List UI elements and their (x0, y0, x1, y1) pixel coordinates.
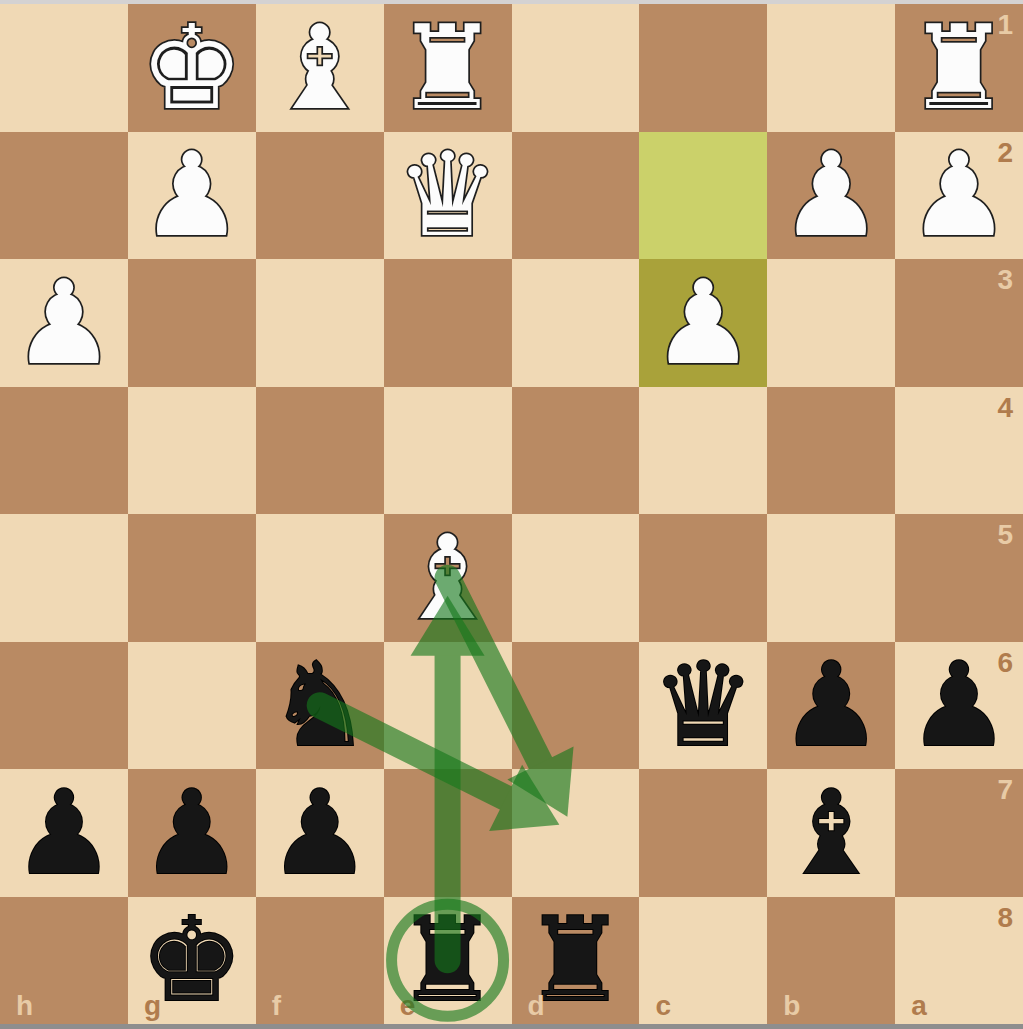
white-pawn[interactable]: ♟ (651, 265, 755, 381)
square-a1[interactable]: ♜1 (895, 4, 1023, 132)
square-h1[interactable] (0, 4, 128, 132)
square-b3[interactable] (767, 259, 895, 387)
square-f5[interactable] (256, 514, 384, 642)
square-b7[interactable]: ♝ (767, 769, 895, 897)
square-h3[interactable]: ♟ (0, 259, 128, 387)
square-b4[interactable] (767, 387, 895, 515)
rank-label-6: 6 (997, 649, 1013, 677)
square-c1[interactable] (639, 4, 767, 132)
file-label-g: g (144, 992, 161, 1020)
square-f6[interactable]: ♞ (256, 642, 384, 770)
square-d4[interactable] (512, 387, 640, 515)
file-label-d: d (528, 992, 545, 1020)
board-area: ♚♝♜♜1♟♛♟♟2♟♟34♝5♞♛♟♟6♟♟♟♝7h♚gf♜e♜dcb8a (0, 4, 1023, 1024)
square-b2[interactable]: ♟ (767, 132, 895, 260)
square-c2[interactable] (639, 132, 767, 260)
square-d7[interactable] (512, 769, 640, 897)
square-h8[interactable]: h (0, 897, 128, 1025)
white-pawn[interactable]: ♟ (779, 137, 883, 253)
square-e3[interactable] (384, 259, 512, 387)
square-f8[interactable]: f (256, 897, 384, 1025)
square-c8[interactable]: c (639, 897, 767, 1025)
square-h6[interactable] (0, 642, 128, 770)
file-label-f: f (272, 992, 281, 1020)
square-g8[interactable]: ♚g (128, 897, 256, 1025)
square-h4[interactable] (0, 387, 128, 515)
square-f7[interactable]: ♟ (256, 769, 384, 897)
white-king[interactable]: ♚ (140, 10, 244, 126)
rank-label-1: 1 (997, 11, 1013, 39)
black-pawn[interactable]: ♟ (268, 775, 372, 891)
square-g5[interactable] (128, 514, 256, 642)
black-pawn[interactable]: ♟ (12, 775, 116, 891)
chess-board: ♚♝♜♜1♟♛♟♟2♟♟34♝5♞♛♟♟6♟♟♟♝7h♚gf♜e♜dcb8a (0, 4, 1023, 1024)
white-pawn[interactable]: ♟ (140, 137, 244, 253)
square-g4[interactable] (128, 387, 256, 515)
square-g2[interactable]: ♟ (128, 132, 256, 260)
square-a7[interactable]: 7 (895, 769, 1023, 897)
white-bishop[interactable]: ♝ (268, 10, 372, 126)
square-e5[interactable]: ♝ (384, 514, 512, 642)
white-rook[interactable]: ♜ (396, 10, 500, 126)
square-e2[interactable]: ♛ (384, 132, 512, 260)
rank-label-8: 8 (997, 904, 1013, 932)
square-c3[interactable]: ♟ (639, 259, 767, 387)
file-label-e: e (400, 992, 416, 1020)
black-queen[interactable]: ♛ (651, 647, 755, 763)
square-d6[interactable] (512, 642, 640, 770)
black-bishop[interactable]: ♝ (779, 775, 883, 891)
white-bishop[interactable]: ♝ (396, 520, 500, 636)
square-e8[interactable]: ♜e (384, 897, 512, 1025)
square-f2[interactable] (256, 132, 384, 260)
square-d1[interactable] (512, 4, 640, 132)
square-h2[interactable] (0, 132, 128, 260)
square-g7[interactable]: ♟ (128, 769, 256, 897)
file-label-b: b (783, 992, 800, 1020)
square-c4[interactable] (639, 387, 767, 515)
square-a3[interactable]: 3 (895, 259, 1023, 387)
square-a5[interactable]: 5 (895, 514, 1023, 642)
rank-label-4: 4 (997, 394, 1013, 422)
square-a6[interactable]: ♟6 (895, 642, 1023, 770)
white-pawn[interactable]: ♟ (907, 137, 1011, 253)
black-pawn[interactable]: ♟ (907, 647, 1011, 763)
rank-label-7: 7 (997, 776, 1013, 804)
file-label-c: c (655, 992, 671, 1020)
square-c5[interactable] (639, 514, 767, 642)
square-b1[interactable] (767, 4, 895, 132)
square-e4[interactable] (384, 387, 512, 515)
square-g1[interactable]: ♚ (128, 4, 256, 132)
black-knight[interactable]: ♞ (268, 647, 372, 763)
square-a4[interactable]: 4 (895, 387, 1023, 515)
square-d5[interactable] (512, 514, 640, 642)
square-a8[interactable]: 8a (895, 897, 1023, 1025)
white-pawn[interactable]: ♟ (12, 265, 116, 381)
black-pawn[interactable]: ♟ (140, 775, 244, 891)
square-g6[interactable] (128, 642, 256, 770)
rank-label-3: 3 (997, 266, 1013, 294)
square-f3[interactable] (256, 259, 384, 387)
square-b5[interactable] (767, 514, 895, 642)
square-b8[interactable]: b (767, 897, 895, 1025)
square-h7[interactable]: ♟ (0, 769, 128, 897)
square-g3[interactable] (128, 259, 256, 387)
file-label-h: h (16, 992, 33, 1020)
square-f4[interactable] (256, 387, 384, 515)
black-pawn[interactable]: ♟ (779, 647, 883, 763)
rank-label-5: 5 (997, 521, 1013, 549)
square-f1[interactable]: ♝ (256, 4, 384, 132)
square-e7[interactable] (384, 769, 512, 897)
square-a2[interactable]: ♟2 (895, 132, 1023, 260)
square-e6[interactable] (384, 642, 512, 770)
square-d2[interactable] (512, 132, 640, 260)
square-c6[interactable]: ♛ (639, 642, 767, 770)
square-b6[interactable]: ♟ (767, 642, 895, 770)
square-e1[interactable]: ♜ (384, 4, 512, 132)
square-h5[interactable] (0, 514, 128, 642)
square-d3[interactable] (512, 259, 640, 387)
rank-label-2: 2 (997, 139, 1013, 167)
white-queen[interactable]: ♛ (396, 137, 500, 253)
square-c7[interactable] (639, 769, 767, 897)
white-rook[interactable]: ♜ (907, 10, 1011, 126)
file-label-a: a (911, 992, 927, 1020)
square-d8[interactable]: ♜d (512, 897, 640, 1025)
